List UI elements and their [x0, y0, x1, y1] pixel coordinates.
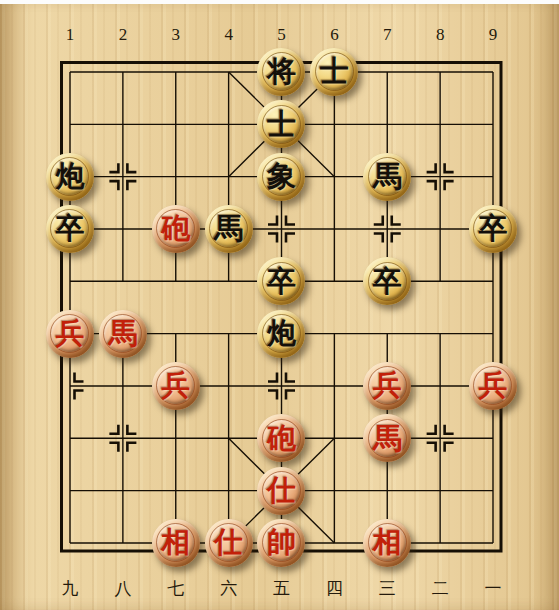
piece-black-general[interactable]: 将 — [257, 48, 305, 96]
piece-red-soldier[interactable]: 兵 — [469, 362, 517, 410]
bottom-file-label-3: 七 — [167, 577, 184, 600]
red-elephant-glyph: 相 — [373, 528, 402, 557]
black-general-glyph: 将 — [267, 57, 296, 86]
piece-red-cannon[interactable]: 砲 — [152, 205, 200, 253]
piece-red-horse[interactable]: 馬 — [363, 414, 411, 462]
board-grid: 将士士炮象馬卒砲馬卒卒卒兵馬炮兵兵兵砲馬仕相仕帥相 — [44, 46, 520, 569]
piece-black-elephant[interactable]: 象 — [257, 153, 305, 201]
red-soldier-glyph: 兵 — [373, 371, 402, 400]
bottom-file-label-2: 八 — [114, 577, 131, 600]
red-soldier-glyph: 兵 — [161, 371, 190, 400]
red-cannon-glyph: 砲 — [161, 214, 190, 243]
black-advisor-glyph: 士 — [267, 110, 296, 139]
black-elephant-glyph: 象 — [267, 162, 296, 191]
piece-red-elephant[interactable]: 相 — [152, 519, 200, 567]
piece-black-advisor[interactable]: 士 — [257, 100, 305, 148]
piece-red-elephant[interactable]: 相 — [363, 519, 411, 567]
top-file-label-9: 9 — [489, 25, 498, 45]
piece-black-horse[interactable]: 馬 — [205, 205, 253, 253]
red-soldier-glyph: 兵 — [478, 371, 507, 400]
bottom-file-label-4: 六 — [220, 577, 237, 600]
top-file-label-7: 7 — [383, 25, 392, 45]
top-file-label-3: 3 — [172, 25, 181, 45]
black-cannon-glyph: 炮 — [267, 319, 296, 348]
red-elephant-glyph: 相 — [161, 528, 190, 557]
top-file-label-1: 1 — [66, 25, 75, 45]
piece-black-soldier[interactable]: 卒 — [469, 205, 517, 253]
piece-red-soldier[interactable]: 兵 — [152, 362, 200, 410]
piece-black-advisor[interactable]: 士 — [310, 48, 358, 96]
top-file-label-4: 4 — [224, 25, 233, 45]
red-horse-glyph: 馬 — [373, 424, 402, 453]
red-horse-glyph: 馬 — [108, 319, 137, 348]
xiangqi-board-app: 123456789 将士士炮象馬卒砲馬卒卒卒兵馬炮兵兵兵砲馬仕相仕帥相 九八七六… — [0, 0, 559, 610]
piece-black-cannon[interactable]: 炮 — [46, 153, 94, 201]
piece-black-soldier[interactable]: 卒 — [46, 205, 94, 253]
bottom-file-label-7: 三 — [379, 577, 396, 600]
piece-black-soldier[interactable]: 卒 — [257, 257, 305, 305]
black-soldier-glyph: 卒 — [267, 267, 296, 296]
piece-red-soldier[interactable]: 兵 — [363, 362, 411, 410]
red-advisor-glyph: 仕 — [267, 476, 296, 505]
bottom-file-label-8: 二 — [432, 577, 449, 600]
black-advisor-glyph: 士 — [320, 57, 349, 86]
black-cannon-glyph: 炮 — [55, 162, 84, 191]
red-general-glyph: 帥 — [267, 528, 296, 557]
top-file-label-5: 5 — [277, 25, 286, 45]
black-soldier-glyph: 卒 — [55, 214, 84, 243]
piece-black-horse[interactable]: 馬 — [363, 153, 411, 201]
black-horse-glyph: 馬 — [214, 214, 243, 243]
piece-red-general[interactable]: 帥 — [257, 519, 305, 567]
piece-red-advisor[interactable]: 仕 — [205, 519, 253, 567]
piece-black-soldier[interactable]: 卒 — [363, 257, 411, 305]
black-soldier-glyph: 卒 — [478, 214, 507, 243]
red-cannon-glyph: 砲 — [267, 424, 296, 453]
red-soldier-glyph: 兵 — [55, 319, 84, 348]
top-file-label-6: 6 — [330, 25, 339, 45]
top-file-label-2: 2 — [119, 25, 128, 45]
piece-red-horse[interactable]: 馬 — [99, 310, 147, 358]
bottom-file-label-5: 五 — [273, 577, 290, 600]
piece-black-cannon[interactable]: 炮 — [257, 310, 305, 358]
top-file-label-8: 8 — [436, 25, 445, 45]
piece-red-advisor[interactable]: 仕 — [257, 467, 305, 515]
bottom-file-label-6: 四 — [326, 577, 343, 600]
bottom-file-label-9: 一 — [485, 577, 502, 600]
black-horse-glyph: 馬 — [373, 162, 402, 191]
bottom-file-label-1: 九 — [62, 577, 79, 600]
red-advisor-glyph: 仕 — [214, 528, 243, 557]
piece-red-soldier[interactable]: 兵 — [46, 310, 94, 358]
piece-red-cannon[interactable]: 砲 — [257, 414, 305, 462]
black-soldier-glyph: 卒 — [373, 267, 402, 296]
